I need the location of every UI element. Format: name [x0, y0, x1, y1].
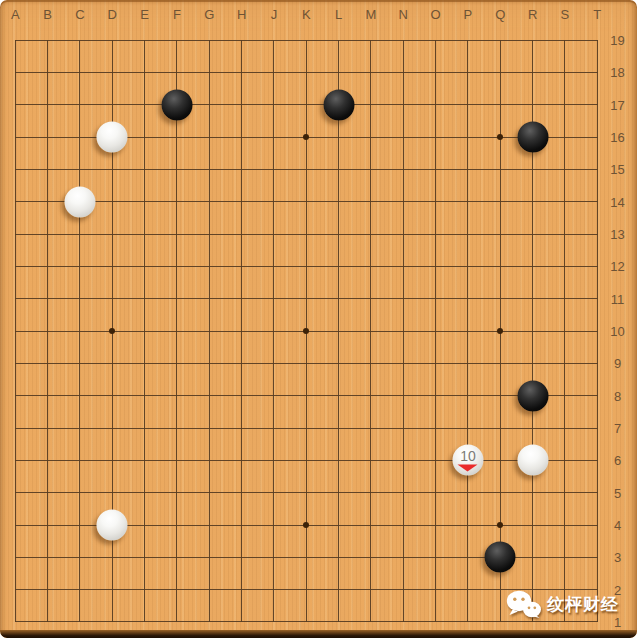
grid-vline-S — [564, 40, 565, 623]
row-label-17: 17 — [610, 97, 624, 112]
row-label-15: 15 — [610, 162, 624, 177]
row-label-3: 3 — [614, 550, 621, 565]
grid-hline-7 — [15, 428, 598, 429]
grid-hline-6 — [15, 460, 598, 461]
row-label-16: 16 — [610, 130, 624, 145]
row-label-19: 19 — [610, 33, 624, 48]
watermark: 纹枰财经 — [505, 590, 619, 618]
column-label-N: N — [399, 7, 408, 22]
column-label-K: K — [302, 7, 311, 22]
row-label-13: 13 — [610, 227, 624, 242]
column-label-G: G — [204, 7, 214, 22]
row-label-11: 11 — [611, 291, 625, 306]
column-label-R: R — [528, 7, 537, 22]
grid-vline-P — [467, 40, 468, 623]
column-label-L: L — [335, 7, 342, 22]
star-point-K16 — [303, 134, 309, 140]
stone-white-D4 — [97, 510, 128, 541]
stone-white-P6: 10 — [452, 445, 483, 476]
stone-black-R8 — [517, 380, 548, 411]
grid-hline-9 — [15, 363, 598, 364]
grid-vline-L — [338, 40, 339, 623]
stone-black-F17 — [161, 89, 192, 120]
stone-white-R6 — [517, 445, 548, 476]
grid-vline-T — [597, 40, 598, 623]
grid-hline-8 — [15, 395, 598, 396]
stone-black-L17 — [323, 89, 354, 120]
column-label-A: A — [11, 7, 20, 22]
last-move-marker-icon — [458, 465, 478, 472]
move-number-label: 10 — [452, 449, 483, 463]
board-bottom-edge — [0, 630, 637, 638]
column-label-E: E — [140, 7, 149, 22]
star-point-Q4 — [497, 522, 503, 528]
star-point-D10 — [109, 328, 115, 334]
grid-vline-M — [370, 40, 371, 623]
row-label-6: 6 — [614, 453, 621, 468]
stone-white-D16 — [97, 122, 128, 153]
column-label-D: D — [108, 7, 117, 22]
row-label-14: 14 — [610, 194, 624, 209]
row-label-9: 9 — [614, 356, 621, 371]
grid-vline-O — [435, 40, 436, 623]
column-label-P: P — [464, 7, 473, 22]
row-label-4: 4 — [614, 518, 621, 533]
stone-black-Q3 — [485, 542, 516, 573]
column-label-F: F — [173, 7, 181, 22]
row-label-7: 7 — [614, 421, 621, 436]
column-label-Q: Q — [495, 7, 505, 22]
column-label-O: O — [431, 7, 441, 22]
star-point-K10 — [303, 328, 309, 334]
stone-black-R16 — [517, 122, 548, 153]
wechat-icon — [505, 590, 542, 618]
column-label-J: J — [271, 7, 278, 22]
grid-hline-5 — [15, 492, 598, 493]
row-label-8: 8 — [614, 388, 621, 403]
column-label-B: B — [43, 7, 52, 22]
grid-vline-N — [403, 40, 404, 623]
row-label-5: 5 — [614, 485, 621, 500]
column-label-C: C — [75, 7, 84, 22]
column-label-S: S — [561, 7, 570, 22]
row-label-18: 18 — [610, 65, 624, 80]
column-label-M: M — [366, 7, 377, 22]
stone-white-C14 — [64, 186, 95, 217]
watermark-text: 纹枰财经 — [547, 593, 619, 616]
star-point-Q16 — [497, 134, 503, 140]
column-label-T: T — [593, 7, 601, 22]
go-board-diagram: ABCDEFGHJKLMNOPQRST 19181716151413121110… — [0, 0, 637, 638]
grid-hline-1 — [15, 621, 598, 622]
star-point-K4 — [303, 522, 309, 528]
column-label-H: H — [237, 7, 246, 22]
star-point-Q10 — [497, 328, 503, 334]
row-label-10: 10 — [610, 324, 624, 339]
row-label-12: 12 — [610, 259, 624, 274]
